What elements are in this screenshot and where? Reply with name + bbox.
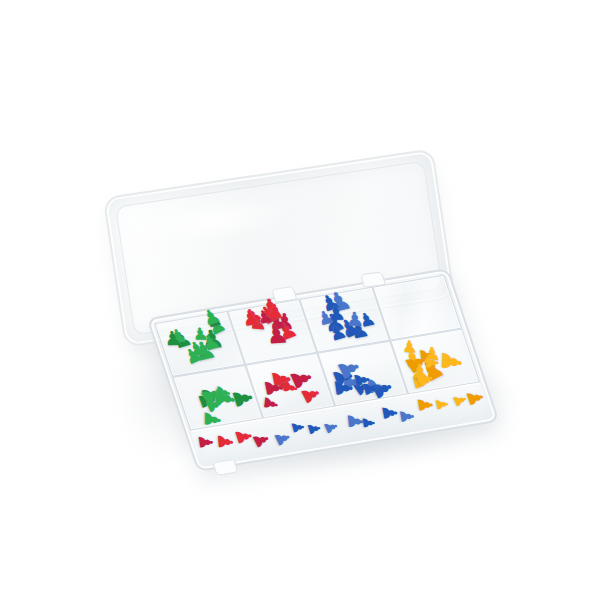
halma-pawn-icon: ♟ bbox=[297, 383, 326, 407]
halma-pawn-icon: ♟ bbox=[345, 310, 365, 330]
halma-pawn-icon: ♟ bbox=[358, 379, 381, 397]
halma-pawn-icon: ♟ bbox=[320, 418, 341, 436]
product-photo-scene: ♟♟♟♟♟♟♟♟♟♟♟♟ ♟♟♟♟♟♟♟♟♟♟♟ ♟♟♟♟♟♟♟♟♟♟♟♟ ♟♟… bbox=[0, 0, 600, 600]
halma-pawn-icon: ♟ bbox=[359, 416, 377, 429]
halma-pawn-icon: ♟ bbox=[325, 303, 347, 323]
halma-pawn-icon: ♟ bbox=[162, 330, 184, 350]
halma-pawn-icon: ♟ bbox=[265, 302, 285, 322]
halma-pawn-icon: ♟ bbox=[462, 387, 487, 408]
halma-pawn-icon: ♟ bbox=[261, 378, 287, 398]
halma-pawn-icon: ♟ bbox=[432, 398, 450, 412]
